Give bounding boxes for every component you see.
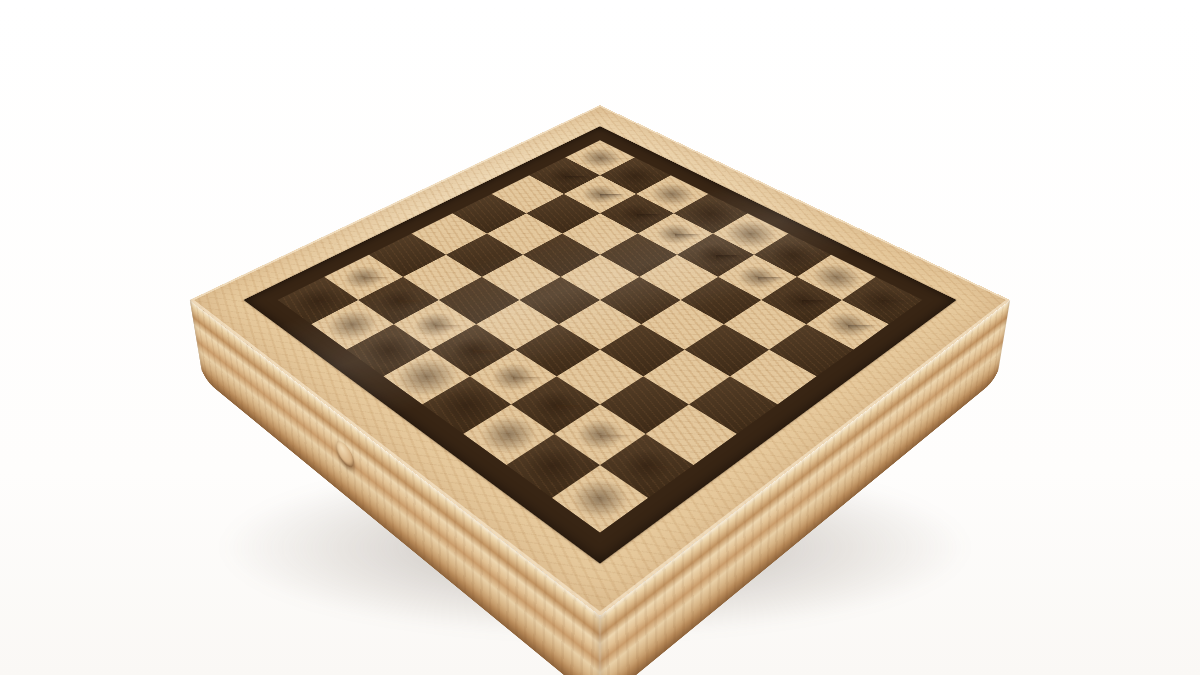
product-photo-stage: ♜♞♟♝♟♛♟♚♟♝♟♞♟♟♜♟♟♜♟♟♞♟♝♟♛♟♚♟♝♟♞♜ [0, 0, 1200, 675]
scene-3d: ♜♞♟♝♟♛♟♚♟♝♟♞♟♟♜♟♟♜♟♟♞♟♝♟♛♟♚♟♝♟♞♜ [0, 0, 1200, 675]
black-pawn-glyph: ♟ [812, 255, 884, 335]
chess-box: ♜♞♟♝♟♛♟♚♟♝♟♞♟♟♜♟♟♜♟♟♞♟♝♟♛♟♚♟♝♟♞♜ [190, 105, 1010, 615]
drawer-knob[interactable] [335, 437, 355, 472]
white-rook-glyph: ♜ [551, 400, 650, 510]
